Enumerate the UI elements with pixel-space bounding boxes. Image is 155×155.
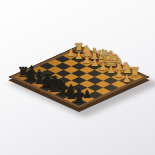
black-rook: ♜ [73,91,86,105]
pieces-layer: ♜♞♝♛♚♝♞♜♟♟♟♟♟♟♟♟♟♟♟♟♟♟♟♟♜♞♝♛♚♝♞♜ [0,0,155,155]
white-pawn: ♟ [122,72,131,82]
chess-set-photo: ♜♞♝♛♚♝♞♜♟♟♟♟♟♟♟♟♟♟♟♟♟♟♟♟♜♞♝♛♚♝♞♜ [0,0,155,155]
